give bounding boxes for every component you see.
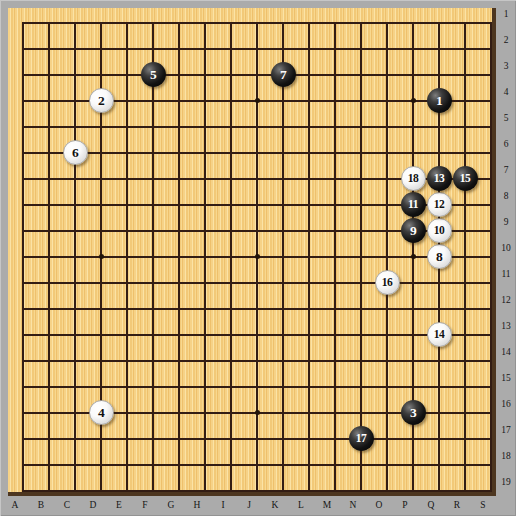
col-label-C: C [59, 500, 75, 511]
row-label-7: 7 [497, 165, 515, 176]
stone-number: 8 [436, 249, 442, 263]
stone-white-4: 4 [89, 400, 114, 425]
stone-number: 14 [434, 328, 445, 340]
col-label-E: E [111, 500, 127, 511]
stone-number: 16 [382, 276, 393, 288]
stone-white-2: 2 [89, 88, 114, 113]
star-point [400, 88, 426, 114]
row-label-3: 3 [497, 61, 515, 72]
stone-black-9: 9 [401, 218, 426, 243]
col-label-O: O [371, 500, 387, 511]
row-label-6: 6 [497, 139, 515, 150]
star-point [244, 244, 270, 270]
row-label-17: 17 [497, 425, 515, 436]
star-point [244, 88, 270, 114]
col-label-G: G [163, 500, 179, 511]
col-label-R: R [449, 500, 465, 511]
row-label-5: 5 [497, 113, 515, 124]
col-label-B: B [33, 500, 49, 511]
row-label-15: 15 [497, 373, 515, 384]
row-label-12: 12 [497, 295, 515, 306]
row-label-8: 8 [497, 191, 515, 202]
row-label-11: 11 [497, 269, 515, 280]
col-label-A: A [7, 500, 23, 511]
col-label-L: L [293, 500, 309, 511]
stone-white-14: 14 [427, 322, 452, 347]
stone-number: 9 [410, 223, 416, 237]
stone-white-6: 6 [63, 140, 88, 165]
row-label-9: 9 [497, 217, 515, 228]
stone-black-13: 13 [427, 166, 452, 191]
col-label-S: S [475, 500, 491, 511]
star-point-dot [99, 254, 104, 259]
stone-black-7: 7 [271, 62, 296, 87]
stone-white-18: 18 [401, 166, 426, 191]
stone-number: 1 [436, 93, 442, 107]
stone-number: 2 [98, 93, 104, 107]
col-label-M: M [319, 500, 335, 511]
stone-black-11: 11 [401, 192, 426, 217]
stone-number: 15 [460, 172, 471, 184]
star-point-dot [255, 254, 260, 259]
col-label-D: D [85, 500, 101, 511]
star-point-dot [255, 98, 260, 103]
row-label-1: 1 [497, 9, 515, 20]
stone-number: 6 [72, 145, 78, 159]
stone-white-8: 8 [427, 244, 452, 269]
star-point-dot [255, 410, 260, 415]
row-label-19: 19 [497, 477, 515, 488]
stone-number: 17 [356, 432, 367, 444]
col-label-J: J [241, 500, 257, 511]
col-label-K: K [267, 500, 283, 511]
star-point [88, 244, 114, 270]
stone-number: 18 [408, 172, 419, 184]
stone-black-15: 15 [453, 166, 478, 191]
stone-number: 4 [98, 405, 104, 419]
stone-white-12: 12 [427, 192, 452, 217]
row-label-16: 16 [497, 399, 515, 410]
col-label-H: H [189, 500, 205, 511]
stone-number: 10 [434, 224, 445, 236]
stone-black-5: 5 [141, 62, 166, 87]
col-label-N: N [345, 500, 361, 511]
row-label-10: 10 [497, 243, 515, 254]
stone-number: 3 [410, 405, 416, 419]
row-label-2: 2 [497, 35, 515, 46]
row-label-18: 18 [497, 451, 515, 462]
row-label-4: 4 [497, 87, 515, 98]
stone-white-16: 16 [375, 270, 400, 295]
stone-number: 11 [408, 198, 418, 210]
star-point-dot [411, 98, 416, 103]
col-label-P: P [397, 500, 413, 511]
stone-black-1: 1 [427, 88, 452, 113]
stone-number: 5 [150, 67, 156, 81]
go-board[interactable]: 123456789101112131415161718 [8, 8, 496, 496]
stone-black-3: 3 [401, 400, 426, 425]
col-label-I: I [215, 500, 231, 511]
stone-number: 13 [434, 172, 445, 184]
col-label-F: F [137, 500, 153, 511]
star-point [244, 400, 270, 426]
row-label-13: 13 [497, 321, 515, 332]
star-point-dot [411, 254, 416, 259]
stone-number: 7 [280, 67, 286, 81]
star-point [400, 244, 426, 270]
stone-number: 12 [434, 198, 445, 210]
intersection-grid[interactable]: 123456789101112131415161718 [10, 10, 504, 504]
stone-white-10: 10 [427, 218, 452, 243]
go-diagram-frame: 123456789101112131415161718 123456789101… [0, 0, 516, 516]
row-label-14: 14 [497, 347, 515, 358]
col-label-Q: Q [423, 500, 439, 511]
stone-black-17: 17 [349, 426, 374, 451]
